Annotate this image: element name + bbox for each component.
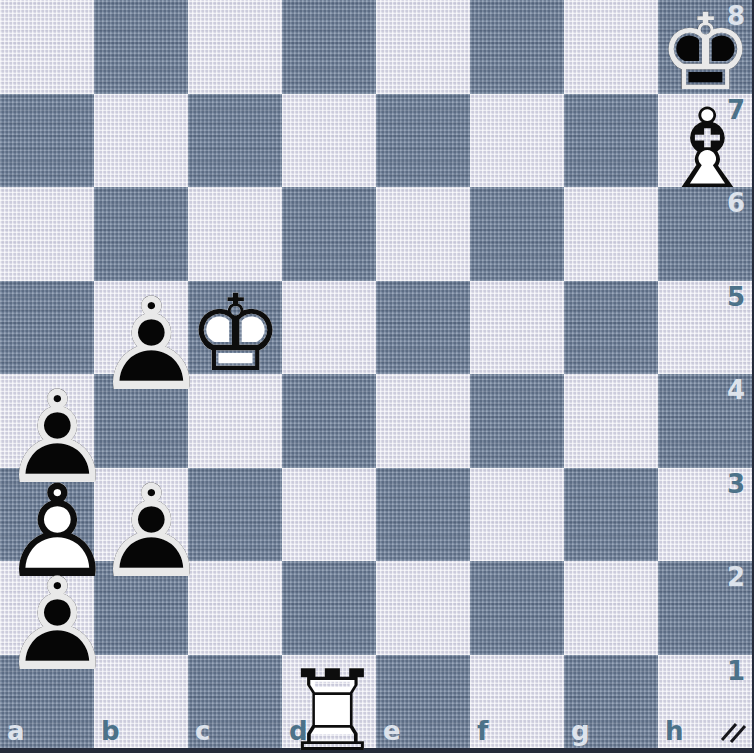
- square-e3[interactable]: [376, 468, 470, 562]
- square-e4[interactable]: [376, 374, 470, 468]
- square-h3[interactable]: 3: [658, 468, 752, 562]
- square-g5[interactable]: [564, 281, 658, 375]
- piece-white-king[interactable]: ♚♔: [188, 281, 282, 375]
- piece-black-pawn[interactable]: ♟♙: [94, 468, 188, 562]
- square-h7[interactable]: 7♝♗: [658, 94, 752, 188]
- square-e1[interactable]: e: [376, 655, 470, 749]
- black-king-glyph-fill: ♚: [658, 0, 753, 106]
- square-g8[interactable]: [564, 0, 658, 94]
- rank-label-6: 6: [727, 190, 745, 216]
- file-label-b: b: [101, 718, 120, 744]
- square-f8[interactable]: [470, 0, 564, 94]
- square-d1[interactable]: d♜♖: [282, 655, 376, 749]
- piece-black-pawn[interactable]: ♟♙: [0, 374, 94, 468]
- square-e2[interactable]: [376, 561, 470, 655]
- piece-white-pawn[interactable]: ♟♙: [0, 468, 94, 562]
- square-g6[interactable]: [564, 187, 658, 281]
- square-g1[interactable]: g: [564, 655, 658, 749]
- white-king-glyph-outline: ♔: [188, 281, 283, 387]
- square-h4[interactable]: 4: [658, 374, 752, 468]
- move-indicator-icon: [720, 719, 748, 743]
- file-label-a: a: [7, 718, 25, 744]
- square-h8[interactable]: 8♚♔: [658, 0, 752, 94]
- square-f7[interactable]: [470, 94, 564, 188]
- square-b7[interactable]: [94, 94, 188, 188]
- square-b3[interactable]: ♟♙: [94, 468, 188, 562]
- piece-black-pawn[interactable]: ♟♙: [0, 561, 94, 655]
- square-c7[interactable]: [188, 94, 282, 188]
- square-d8[interactable]: [282, 0, 376, 94]
- square-d2[interactable]: [282, 561, 376, 655]
- file-label-c: c: [195, 718, 210, 744]
- square-a6[interactable]: [0, 187, 94, 281]
- square-h6[interactable]: 6: [658, 187, 752, 281]
- square-b2[interactable]: [94, 561, 188, 655]
- chess-board-window: 8♚♔7♝♗6♟♙♚♔5♟♙4♟♙♟♙3♟♙2abcd♜♖efgh1: [0, 0, 754, 753]
- square-a8[interactable]: [0, 0, 94, 94]
- square-a5[interactable]: [0, 281, 94, 375]
- black-king-glyph-outline: ♔: [658, 0, 753, 106]
- square-b4[interactable]: [94, 374, 188, 468]
- white-king-glyph-fill: ♚: [188, 281, 283, 387]
- rank-label-4: 4: [727, 377, 745, 403]
- file-label-e: e: [383, 718, 401, 744]
- square-c5[interactable]: ♚♔: [188, 281, 282, 375]
- white-rook-glyph-fill: ♜: [282, 655, 382, 753]
- piece-white-bishop[interactable]: ♝♗: [658, 94, 752, 188]
- square-c4[interactable]: [188, 374, 282, 468]
- square-b1[interactable]: b: [94, 655, 188, 749]
- square-h1[interactable]: h1: [658, 655, 752, 749]
- square-e7[interactable]: [376, 94, 470, 188]
- square-c2[interactable]: [188, 561, 282, 655]
- square-a3[interactable]: ♟♙: [0, 468, 94, 562]
- chess-board: 8♚♔7♝♗6♟♙♚♔5♟♙4♟♙♟♙3♟♙2abcd♜♖efgh1: [0, 0, 752, 748]
- square-b8[interactable]: [94, 0, 188, 94]
- file-label-f: f: [477, 718, 488, 744]
- square-c6[interactable]: [188, 187, 282, 281]
- square-d5[interactable]: [282, 281, 376, 375]
- square-f3[interactable]: [470, 468, 564, 562]
- piece-black-king[interactable]: ♚♔: [658, 0, 752, 94]
- square-g7[interactable]: [564, 94, 658, 188]
- square-a7[interactable]: [0, 94, 94, 188]
- square-a2[interactable]: ♟♙: [0, 561, 94, 655]
- square-f5[interactable]: [470, 281, 564, 375]
- square-b6[interactable]: [94, 187, 188, 281]
- square-f2[interactable]: [470, 561, 564, 655]
- square-e8[interactable]: [376, 0, 470, 94]
- square-g3[interactable]: [564, 468, 658, 562]
- square-g2[interactable]: [564, 561, 658, 655]
- square-a1[interactable]: a: [0, 655, 94, 749]
- square-d3[interactable]: [282, 468, 376, 562]
- file-label-h: h: [665, 718, 684, 744]
- rank-label-2: 2: [727, 564, 745, 590]
- piece-black-pawn[interactable]: ♟♙: [94, 281, 188, 375]
- square-c1[interactable]: c: [188, 655, 282, 749]
- square-g4[interactable]: [564, 374, 658, 468]
- white-rook-glyph-outline: ♖: [282, 655, 382, 753]
- square-h2[interactable]: 2: [658, 561, 752, 655]
- square-e5[interactable]: [376, 281, 470, 375]
- file-label-g: g: [571, 718, 590, 744]
- square-f1[interactable]: f: [470, 655, 564, 749]
- rank-label-3: 3: [727, 471, 745, 497]
- square-b5[interactable]: ♟♙: [94, 281, 188, 375]
- square-c8[interactable]: [188, 0, 282, 94]
- rank-label-5: 5: [727, 284, 745, 310]
- square-a4[interactable]: ♟♙: [0, 374, 94, 468]
- square-h5[interactable]: 5: [658, 281, 752, 375]
- square-d7[interactable]: [282, 94, 376, 188]
- square-d6[interactable]: [282, 187, 376, 281]
- square-f4[interactable]: [470, 374, 564, 468]
- square-c3[interactable]: [188, 468, 282, 562]
- square-f6[interactable]: [470, 187, 564, 281]
- square-e6[interactable]: [376, 187, 470, 281]
- piece-white-rook[interactable]: ♜♖: [282, 655, 376, 749]
- rank-label-1: 1: [727, 658, 745, 684]
- square-d4[interactable]: [282, 374, 376, 468]
